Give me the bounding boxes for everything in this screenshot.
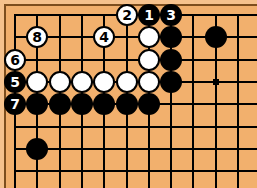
- stone-move-number: 1: [144, 8, 154, 22]
- black-stone: [49, 93, 71, 115]
- black-stone: [160, 26, 182, 48]
- black-stone: [26, 93, 48, 115]
- black-stone: [93, 93, 115, 115]
- grid-line-horizontal: [14, 170, 257, 172]
- black-stone: [116, 93, 138, 115]
- stone-move-number: 7: [10, 97, 20, 111]
- white-stone: [138, 49, 160, 71]
- grid-line-horizontal: [14, 126, 257, 128]
- white-stone: 8: [26, 26, 48, 48]
- white-stone: [138, 26, 160, 48]
- white-stone: [138, 71, 160, 93]
- black-stone: 1: [138, 4, 160, 26]
- black-stone: 5: [4, 71, 26, 93]
- white-stone: [116, 71, 138, 93]
- stone-move-number: 5: [10, 75, 20, 89]
- stone-move-number: 3: [166, 8, 176, 22]
- white-stone: 2: [116, 4, 138, 26]
- black-stone: 7: [4, 93, 26, 115]
- white-stone: [49, 71, 71, 93]
- black-stone: [205, 26, 227, 48]
- black-stone: [160, 71, 182, 93]
- grid-line-horizontal: [14, 148, 257, 150]
- black-stone: [160, 49, 182, 71]
- star-point: [213, 79, 219, 85]
- grid-line-horizontal: [14, 59, 257, 61]
- grid-line-vertical: [192, 14, 194, 188]
- black-stone: [138, 93, 160, 115]
- white-stone: 4: [93, 26, 115, 48]
- black-stone: [26, 138, 48, 160]
- stone-move-number: 6: [10, 53, 20, 67]
- black-stone: 3: [160, 4, 182, 26]
- stone-move-number: 2: [122, 8, 132, 22]
- white-stone: [93, 71, 115, 93]
- stone-move-number: 8: [32, 30, 42, 44]
- white-stone: 6: [4, 49, 26, 71]
- grid-line-vertical: [237, 14, 239, 188]
- stone-move-number: 4: [99, 30, 109, 44]
- black-stone: [71, 93, 93, 115]
- go-board-diagram: 21384657: [0, 0, 257, 188]
- white-stone: [26, 71, 48, 93]
- white-stone: [71, 71, 93, 93]
